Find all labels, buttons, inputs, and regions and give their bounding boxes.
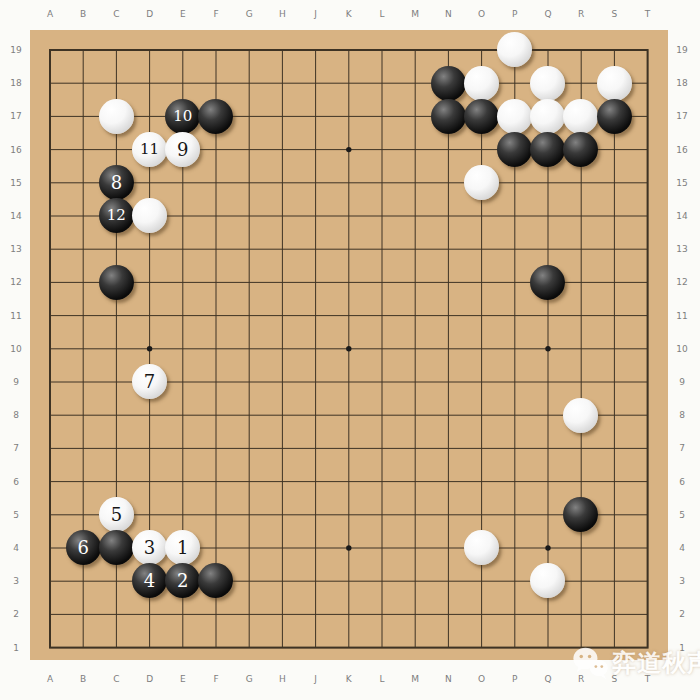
coordinate-label: 10 [676,344,687,354]
coordinate-label: B [80,674,86,684]
stone-black [497,132,532,167]
coordinate-label: 15 [676,178,687,188]
stone-white-move-11: 11 [132,132,167,167]
stone-black [198,99,233,134]
stone-black-move-10: 10 [165,99,200,134]
coordinate-label: G [246,9,253,19]
coordinate-label: N [445,9,452,19]
coordinate-label: 19 [676,45,687,55]
coordinate-label: K [346,674,352,684]
coordinate-label: G [246,674,253,684]
watermark-text: 弈道秋声 [612,647,700,679]
coordinate-label: 13 [10,244,21,254]
coordinate-label: N [445,674,452,684]
stone-black-move-2: 2 [165,563,200,598]
coordinate-label: 3 [13,576,19,586]
coordinate-label: 12 [10,277,21,287]
move-number: 4 [144,572,155,590]
coordinate-label: 17 [10,111,21,121]
coordinate-label: 1 [13,643,19,653]
coordinate-label: C [113,674,119,684]
stone-white [597,66,632,101]
coordinate-label: 2 [679,609,685,619]
coordinate-label: D [146,674,153,684]
stone-black [597,99,632,134]
stone-white-move-3: 3 [132,530,167,565]
coordinate-label: H [279,9,286,19]
coordinate-label: 16 [676,145,687,155]
coordinate-label: A [47,674,53,684]
coordinate-label: 4 [13,543,19,553]
coordinate-label: P [512,674,517,684]
stone-white [530,66,565,101]
coordinate-label: J [314,9,317,19]
stone-black [563,497,598,532]
stone-white-move-1: 1 [165,530,200,565]
coordinate-label: 5 [679,510,685,520]
coordinate-label: F [213,674,218,684]
coordinate-label: 11 [10,311,21,321]
coordinate-label: 2 [13,609,19,619]
stone-black [99,530,134,565]
stone-white [497,99,532,134]
coordinate-label: M [411,9,419,19]
watermark: 弈道秋声 [572,645,700,681]
stone-white-move-7: 7 [132,364,167,399]
coordinate-label: E [180,674,186,684]
move-number: 12 [107,208,126,223]
coordinate-label: L [379,674,384,684]
coordinate-label: E [180,9,186,19]
coordinate-label: C [113,9,119,19]
stone-black [99,265,134,300]
stone-white [563,99,598,134]
stone-white-move-9: 9 [165,132,200,167]
coordinate-label: H [279,674,286,684]
move-number: 6 [77,539,88,557]
go-diagram-page: 101198127563142 AABBCCDDEEFFGGHHJJKKLLMM… [0,0,700,700]
coordinate-label: D [146,9,153,19]
coordinate-label: A [47,9,53,19]
coordinate-label: 14 [676,211,687,221]
coordinate-label: 15 [10,178,21,188]
stone-black [198,563,233,598]
stone-black-move-4: 4 [132,563,167,598]
stone-white [497,32,532,67]
coordinate-label: 16 [10,145,21,155]
stone-black [464,99,499,134]
coordinate-label: T [645,9,651,19]
stone-white-move-5: 5 [99,497,134,532]
coordinate-label: J [314,674,317,684]
coordinate-label: 14 [10,211,21,221]
coordinate-label: 6 [13,477,19,487]
move-number: 10 [173,109,192,124]
coordinate-label: F [213,9,218,19]
stone-white [464,165,499,200]
stone-black [431,99,466,134]
stone-white [99,99,134,134]
move-number: 8 [111,174,122,192]
coordinate-label: 13 [676,244,687,254]
coordinate-label: B [80,9,86,19]
coordinate-label: 7 [679,443,685,453]
stone-black-move-12: 12 [99,198,134,233]
coordinate-label: 17 [676,111,687,121]
coordinate-label: O [478,674,485,684]
coordinate-label: 8 [679,410,685,420]
stone-black [563,132,598,167]
stone-black [431,66,466,101]
move-number: 7 [144,373,155,391]
coordinate-label: 3 [679,576,685,586]
stone-black-move-6: 6 [66,530,101,565]
coordinate-label: Q [544,674,551,684]
coordinate-label: Q [544,9,551,19]
coordinate-label: 9 [13,377,19,387]
coordinate-label: K [346,9,352,19]
stone-black [530,132,565,167]
coordinate-label: 7 [13,443,19,453]
coordinate-label: S [612,9,618,19]
coordinate-label: 19 [10,45,21,55]
coordinate-label: O [478,9,485,19]
coordinate-label: 18 [676,78,687,88]
stone-black-move-8: 8 [99,165,134,200]
coordinate-label: 9 [679,377,685,387]
coordinate-label: 5 [13,510,19,520]
move-number: 2 [177,572,188,590]
stone-white [563,398,598,433]
coordinate-label: 11 [676,311,687,321]
coordinate-label: 12 [676,277,687,287]
coordinate-label: P [512,9,517,19]
coordinate-label: 6 [679,477,685,487]
coordinate-label: 18 [10,78,21,88]
coordinate-label: 4 [679,543,685,553]
coordinate-label: M [411,674,419,684]
stone-white [464,530,499,565]
wechat-icon [572,645,609,681]
move-number: 5 [111,506,122,524]
move-number: 3 [144,539,155,557]
move-number: 1 [177,539,188,557]
go-board: 101198127563142 [33,33,664,664]
move-number: 11 [140,142,159,157]
coordinate-label: 8 [13,410,19,420]
coordinate-label: R [578,9,584,19]
stone-white [530,99,565,134]
stone-black [530,265,565,300]
coordinate-label: 10 [10,344,21,354]
stone-white [530,563,565,598]
coordinate-label: L [379,9,384,19]
stone-white [132,198,167,233]
move-number: 9 [177,141,188,159]
stone-white [464,66,499,101]
